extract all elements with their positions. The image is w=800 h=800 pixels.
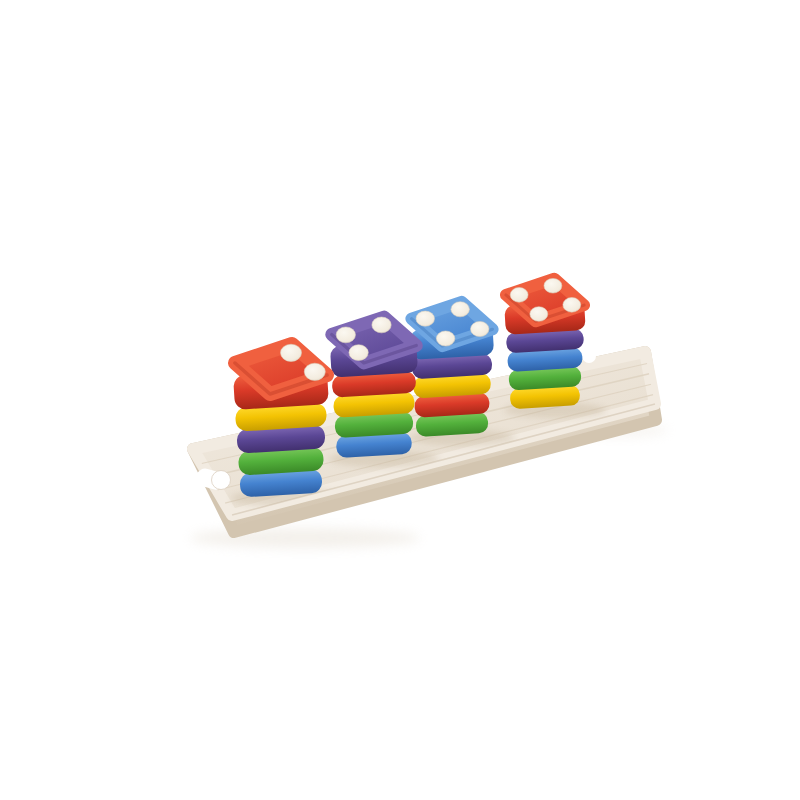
dice-dot — [544, 278, 562, 293]
stack-1 — [233, 344, 329, 497]
dice-dot — [436, 331, 454, 346]
dice-dot — [349, 345, 368, 361]
dice-dot — [451, 302, 469, 317]
dice-dot — [336, 327, 355, 343]
dice-dot — [281, 344, 302, 361]
dice-dot — [563, 298, 581, 313]
product-photo — [0, 0, 800, 800]
dice-dot — [530, 307, 548, 322]
stack-4 — [504, 278, 586, 409]
dice-dot — [510, 288, 528, 303]
wooden-dice-stacking-toy — [0, 0, 800, 800]
dice-dot — [471, 321, 489, 336]
board-back-notch — [582, 349, 596, 363]
stack-2 — [330, 317, 418, 458]
stack-3 — [410, 302, 494, 437]
dice-dot — [372, 317, 391, 333]
dice-dot — [416, 311, 434, 326]
dice-dot — [304, 363, 325, 380]
